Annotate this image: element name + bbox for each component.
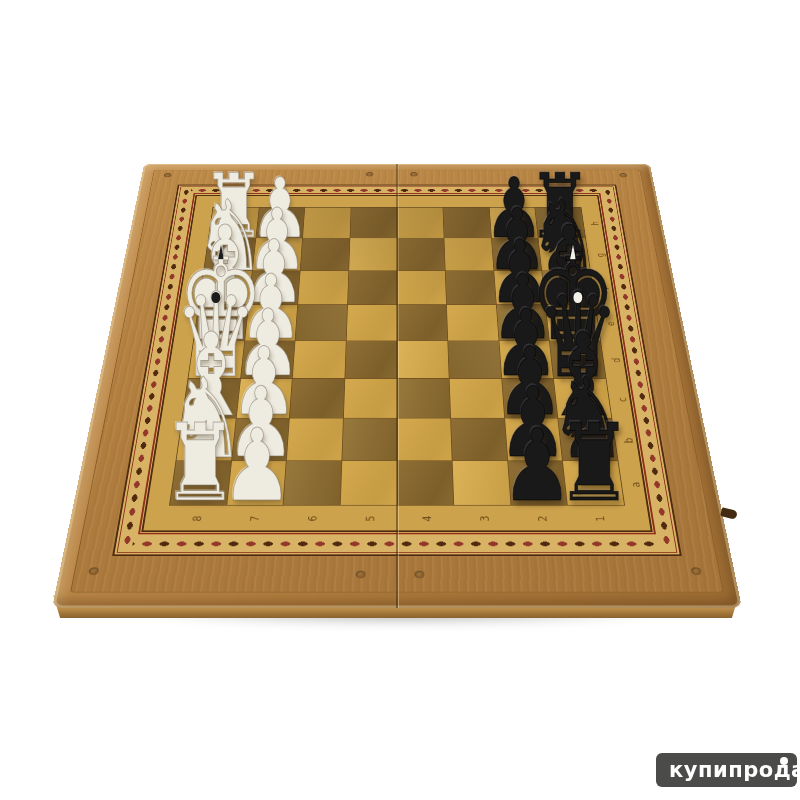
dowel-pin (88, 567, 99, 574)
dowel-pin (366, 172, 373, 176)
square-d5[interactable] (345, 341, 396, 378)
product-photo-scene: 87654321abcdefgh ♜♟♟♜♞♟♟♞♝♟♟♝♚♟♟♚♛♟♟♛♝♟♟… (0, 0, 800, 800)
square-h6[interactable] (303, 208, 350, 238)
square-a4[interactable] (397, 461, 453, 505)
king-point-tip (218, 245, 224, 260)
dowel-pin (415, 571, 425, 578)
watermark-badge: купипродай (656, 753, 797, 787)
rank-label-5: 5 (363, 516, 376, 522)
queen-ball-tip (574, 292, 582, 303)
square-b4[interactable] (397, 419, 451, 461)
square-a5[interactable] (341, 461, 397, 505)
rank-label-4: 4 (421, 516, 434, 522)
dowel-pin (356, 571, 366, 578)
square-c4[interactable] (397, 379, 450, 418)
rank-label-6: 6 (306, 516, 320, 522)
king-point-tip (570, 245, 576, 260)
square-e4[interactable] (397, 305, 447, 340)
square-g4[interactable] (397, 238, 445, 270)
rank-label-3: 3 (478, 516, 492, 522)
fold-seam (396, 164, 398, 608)
dowel-pin (691, 567, 702, 574)
square-g5[interactable] (349, 238, 397, 270)
dowel-pin (164, 173, 172, 177)
square-f5[interactable] (348, 271, 397, 305)
chess-board: 87654321abcdefgh (52, 164, 742, 608)
square-c5[interactable] (344, 379, 397, 418)
square-f4[interactable] (397, 271, 446, 305)
queen-ball-tip (212, 292, 220, 303)
square-e5[interactable] (347, 305, 397, 340)
square-d4[interactable] (397, 341, 448, 378)
black-rook-a1[interactable]: ♜ (555, 410, 632, 517)
dowel-pin (619, 173, 627, 177)
square-h5[interactable] (350, 208, 396, 238)
dowel-pin (410, 172, 417, 176)
square-h4[interactable] (397, 208, 443, 238)
watermark-text: купипродай (656, 758, 800, 782)
white-pawn-a7[interactable]: ♟ (221, 416, 293, 516)
watermark-dot-icon (780, 757, 788, 765)
square-b5[interactable] (342, 419, 396, 461)
